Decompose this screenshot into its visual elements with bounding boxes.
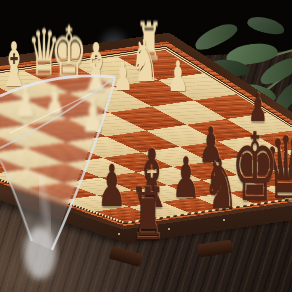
chess-set-photo: ♜♞♚♛♝♝♟♟♟♟♟♟♟♟♟♛♚♞♝♜ — [0, 0, 292, 292]
glass-bowl — [0, 55, 150, 292]
black-pawn-f2: ♟ — [172, 150, 200, 206]
white-pawn-a7: ♟ — [167, 56, 188, 98]
black-king-e1: ♚ — [231, 121, 278, 215]
black-knight-f1: ♞ — [204, 150, 239, 219]
